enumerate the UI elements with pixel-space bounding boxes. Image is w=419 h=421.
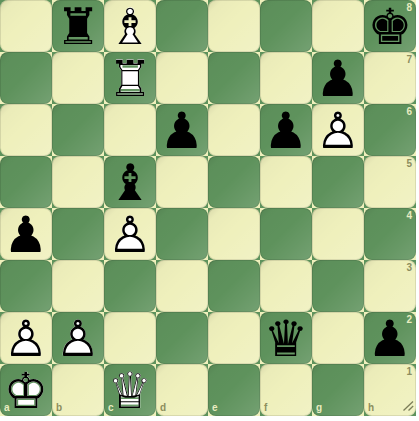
square-a4[interactable]: ♟	[0, 208, 52, 260]
square-surface-a8	[0, 0, 52, 52]
square-h8[interactable]: ♚8	[364, 0, 416, 52]
chessboard-window: ♜♝♗♚8♜♖♟7♟♟♟♙6♝5♟♟♙43♟♙♟♙♛♟2♚♔ab♛♕cdefg1…	[0, 0, 419, 421]
square-h5[interactable]: 5	[364, 156, 416, 208]
square-c5[interactable]: ♝	[104, 156, 156, 208]
piece-white-rook[interactable]: ♜♖	[104, 52, 156, 104]
square-surface-g6: ♟♙	[312, 104, 364, 156]
square-a7[interactable]	[0, 52, 52, 104]
square-a8[interactable]	[0, 0, 52, 52]
square-surface-e2	[208, 312, 260, 364]
square-surface-g7: ♟	[312, 52, 364, 104]
square-surface-b4	[52, 208, 104, 260]
square-c7[interactable]: ♜♖	[104, 52, 156, 104]
square-surface-b8: ♜	[52, 0, 104, 52]
rank-label-1: 1	[406, 367, 412, 377]
piece-outline: ♙	[104, 209, 156, 261]
piece-glyph: ♟	[312, 53, 364, 105]
piece-white-bishop[interactable]: ♝♗	[104, 0, 156, 52]
square-surface-e1: e	[208, 364, 260, 416]
square-e7[interactable]	[208, 52, 260, 104]
square-a2[interactable]: ♟♙	[0, 312, 52, 364]
square-surface-a5	[0, 156, 52, 208]
square-surface-h4: 4	[364, 208, 416, 260]
square-surface-g8	[312, 0, 364, 52]
piece-black-queen[interactable]: ♛	[260, 312, 312, 364]
rank-label-4: 4	[406, 211, 412, 221]
square-f5[interactable]	[260, 156, 312, 208]
piece-outline: ♙	[52, 313, 104, 365]
square-c2[interactable]	[104, 312, 156, 364]
square-b7[interactable]	[52, 52, 104, 104]
square-surface-g4	[312, 208, 364, 260]
square-g1[interactable]: g	[312, 364, 364, 416]
square-surface-d3	[156, 260, 208, 312]
piece-glyph: ♛	[260, 313, 312, 365]
square-surface-g5	[312, 156, 364, 208]
square-surface-c6	[104, 104, 156, 156]
square-c6[interactable]	[104, 104, 156, 156]
square-f3[interactable]	[260, 260, 312, 312]
square-surface-e3	[208, 260, 260, 312]
square-e2[interactable]	[208, 312, 260, 364]
square-b8[interactable]: ♜	[52, 0, 104, 52]
square-surface-h7: 7	[364, 52, 416, 104]
square-surface-f7	[260, 52, 312, 104]
square-c3[interactable]	[104, 260, 156, 312]
square-d7[interactable]	[156, 52, 208, 104]
square-g7[interactable]: ♟	[312, 52, 364, 104]
square-surface-a7	[0, 52, 52, 104]
piece-glyph: ♟	[0, 209, 52, 261]
square-b2[interactable]: ♟♙	[52, 312, 104, 364]
square-surface-a4: ♟	[0, 208, 52, 260]
square-surface-c1: ♛♕c	[104, 364, 156, 416]
square-d3[interactable]	[156, 260, 208, 312]
square-surface-d7	[156, 52, 208, 104]
square-surface-g3	[312, 260, 364, 312]
square-surface-c5: ♝	[104, 156, 156, 208]
square-surface-h8: ♚8	[364, 0, 416, 52]
piece-outline: ♖	[104, 53, 156, 105]
square-surface-c4: ♟♙	[104, 208, 156, 260]
piece-white-pawn[interactable]: ♟♙	[104, 208, 156, 260]
square-c1[interactable]: ♛♕c	[104, 364, 156, 416]
square-surface-c7: ♜♖	[104, 52, 156, 104]
piece-glyph: ♜	[52, 1, 104, 53]
rank-label-8: 8	[406, 3, 412, 13]
square-b4[interactable]	[52, 208, 104, 260]
square-e4[interactable]	[208, 208, 260, 260]
piece-outline: ♙	[0, 313, 52, 365]
square-surface-b6	[52, 104, 104, 156]
square-surface-e4	[208, 208, 260, 260]
piece-glyph: ♟	[260, 105, 312, 157]
rank-label-2: 2	[406, 315, 412, 325]
file-label-f: f	[264, 403, 267, 413]
square-surface-b2: ♟♙	[52, 312, 104, 364]
square-d6[interactable]: ♟	[156, 104, 208, 156]
square-surface-c2	[104, 312, 156, 364]
square-e1[interactable]: e	[208, 364, 260, 416]
square-f4[interactable]	[260, 208, 312, 260]
square-surface-e5	[208, 156, 260, 208]
square-e3[interactable]	[208, 260, 260, 312]
square-surface-c3	[104, 260, 156, 312]
piece-white-pawn[interactable]: ♟♙	[0, 312, 52, 364]
square-h2[interactable]: ♟2	[364, 312, 416, 364]
piece-glyph: ♝	[104, 157, 156, 209]
square-surface-g2	[312, 312, 364, 364]
square-f7[interactable]	[260, 52, 312, 104]
square-g3[interactable]	[312, 260, 364, 312]
square-b6[interactable]	[52, 104, 104, 156]
square-e8[interactable]	[208, 0, 260, 52]
piece-black-pawn[interactable]: ♟	[260, 104, 312, 156]
square-f1[interactable]: f	[260, 364, 312, 416]
square-surface-e8	[208, 0, 260, 52]
square-e6[interactable]	[208, 104, 260, 156]
square-surface-f2: ♛	[260, 312, 312, 364]
square-f8[interactable]	[260, 0, 312, 52]
square-surface-h6: 6	[364, 104, 416, 156]
square-a1[interactable]: ♚♔a	[0, 364, 52, 416]
square-surface-f3	[260, 260, 312, 312]
piece-black-pawn[interactable]: ♟	[156, 104, 208, 156]
piece-black-rook[interactable]: ♜	[52, 0, 104, 52]
file-label-g: g	[316, 403, 322, 413]
square-surface-g1: g	[312, 364, 364, 416]
square-surface-d2	[156, 312, 208, 364]
piece-outline: ♗	[104, 1, 156, 53]
square-surface-b5	[52, 156, 104, 208]
piece-black-pawn[interactable]: ♟	[0, 208, 52, 260]
square-b1[interactable]: b	[52, 364, 104, 416]
square-surface-d6: ♟	[156, 104, 208, 156]
square-g8[interactable]	[312, 0, 364, 52]
square-surface-h5: 5	[364, 156, 416, 208]
square-surface-f1: f	[260, 364, 312, 416]
square-surface-f5	[260, 156, 312, 208]
square-a6[interactable]	[0, 104, 52, 156]
square-d1[interactable]: d	[156, 364, 208, 416]
square-surface-c8: ♝♗	[104, 0, 156, 52]
square-d8[interactable]	[156, 0, 208, 52]
rank-label-6: 6	[406, 107, 412, 117]
square-f2[interactable]: ♛	[260, 312, 312, 364]
square-h6[interactable]: 6	[364, 104, 416, 156]
square-surface-d1: d	[156, 364, 208, 416]
chess-board: ♜♝♗♚8♜♖♟7♟♟♟♙6♝5♟♟♙43♟♙♟♙♛♟2♚♔ab♛♕cdefg1…	[0, 0, 416, 416]
square-surface-f4	[260, 208, 312, 260]
square-g4[interactable]	[312, 208, 364, 260]
square-surface-b1: b	[52, 364, 104, 416]
square-surface-a2: ♟♙	[0, 312, 52, 364]
file-label-a: a	[4, 403, 10, 413]
square-c8[interactable]: ♝♗	[104, 0, 156, 52]
square-surface-h2: ♟2	[364, 312, 416, 364]
square-surface-f8	[260, 0, 312, 52]
square-surface-h3: 3	[364, 260, 416, 312]
square-e5[interactable]	[208, 156, 260, 208]
square-h4[interactable]: 4	[364, 208, 416, 260]
rank-label-3: 3	[406, 263, 412, 273]
square-surface-b7	[52, 52, 104, 104]
piece-outline: ♙	[312, 105, 364, 157]
rank-label-7: 7	[406, 55, 412, 65]
file-label-b: b	[56, 403, 62, 413]
square-surface-d4	[156, 208, 208, 260]
resize-grip-icon[interactable]	[403, 401, 414, 411]
square-surface-b3	[52, 260, 104, 312]
file-label-e: e	[212, 403, 218, 413]
file-label-h: h	[368, 403, 374, 413]
square-surface-f6: ♟	[260, 104, 312, 156]
file-label-c: c	[108, 403, 114, 413]
piece-white-pawn[interactable]: ♟♙	[312, 104, 364, 156]
square-a5[interactable]	[0, 156, 52, 208]
rank-label-5: 5	[406, 159, 412, 169]
square-g2[interactable]	[312, 312, 364, 364]
square-b3[interactable]	[52, 260, 104, 312]
piece-black-bishop[interactable]: ♝	[104, 156, 156, 208]
square-d2[interactable]	[156, 312, 208, 364]
square-c4[interactable]: ♟♙	[104, 208, 156, 260]
square-surface-a3	[0, 260, 52, 312]
square-g5[interactable]	[312, 156, 364, 208]
square-h7[interactable]: 7	[364, 52, 416, 104]
square-surface-a1: ♚♔a	[0, 364, 52, 416]
square-surface-a6	[0, 104, 52, 156]
square-surface-d5	[156, 156, 208, 208]
square-surface-e6	[208, 104, 260, 156]
piece-black-pawn[interactable]: ♟	[312, 52, 364, 104]
square-b5[interactable]	[52, 156, 104, 208]
square-d4[interactable]	[156, 208, 208, 260]
square-surface-e7	[208, 52, 260, 104]
piece-glyph: ♟	[156, 105, 208, 157]
piece-white-pawn[interactable]: ♟♙	[52, 312, 104, 364]
square-surface-d8	[156, 0, 208, 52]
file-label-d: d	[160, 403, 166, 413]
square-h3[interactable]: 3	[364, 260, 416, 312]
square-a3[interactable]	[0, 260, 52, 312]
square-f6[interactable]: ♟	[260, 104, 312, 156]
square-g6[interactable]: ♟♙	[312, 104, 364, 156]
square-d5[interactable]	[156, 156, 208, 208]
